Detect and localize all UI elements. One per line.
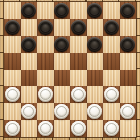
white-piece[interactable]: ⛀	[71, 121, 86, 136]
square-b2[interactable]: ⛀	[21, 103, 38, 120]
white-piece[interactable]: ⛀	[104, 87, 119, 102]
square-g2[interactable]	[103, 103, 120, 120]
black-piece[interactable]: ⛂	[87, 37, 102, 52]
square-a5[interactable]	[4, 53, 21, 70]
white-piece[interactable]: ⛀	[87, 104, 102, 119]
square-e2[interactable]	[70, 103, 87, 120]
black-piece[interactable]: ⛂	[87, 3, 102, 18]
square-f3[interactable]	[87, 86, 104, 103]
square-a8[interactable]	[4, 2, 21, 19]
square-g6[interactable]	[103, 36, 120, 53]
square-f7[interactable]	[87, 19, 104, 36]
square-e6[interactable]	[70, 36, 87, 53]
square-f5[interactable]	[87, 53, 104, 70]
black-piece[interactable]: ⛂	[21, 3, 36, 18]
square-b7[interactable]	[21, 19, 38, 36]
square-a1[interactable]: ⛀	[4, 120, 21, 137]
square-d5[interactable]	[54, 53, 71, 70]
square-b1[interactable]	[21, 120, 38, 137]
square-d1[interactable]	[54, 120, 71, 137]
square-f4[interactable]	[87, 70, 104, 87]
square-e8[interactable]	[70, 2, 87, 19]
black-piece[interactable]: ⛂	[54, 3, 69, 18]
square-c7[interactable]: ⛂	[37, 19, 54, 36]
black-piece[interactable]: ⛂	[54, 37, 69, 52]
square-a4[interactable]	[4, 70, 21, 87]
square-g5[interactable]	[103, 53, 120, 70]
square-g7[interactable]: ⛂	[103, 19, 120, 36]
square-c4[interactable]	[37, 70, 54, 87]
square-a6[interactable]	[4, 36, 21, 53]
square-c5[interactable]	[37, 53, 54, 70]
white-piece[interactable]: ⛀	[38, 87, 53, 102]
square-f2[interactable]: ⛀	[87, 103, 104, 120]
board-grid[interactable]: ⛂⛂⛂⛂⛂⛂⛂⛂⛂⛂⛂⛂⛀⛀⛀⛀⛀⛀⛀⛀⛀⛀⛀⛀	[4, 2, 136, 137]
square-c6[interactable]	[37, 36, 54, 53]
square-h8[interactable]: ⛂	[120, 2, 137, 19]
black-piece[interactable]: ⛂	[120, 37, 135, 52]
square-h2[interactable]: ⛀	[120, 103, 137, 120]
square-d2[interactable]: ⛀	[54, 103, 71, 120]
square-a7[interactable]: ⛂	[4, 19, 21, 36]
square-h3[interactable]	[120, 86, 137, 103]
white-piece[interactable]: ⛀	[38, 121, 53, 136]
square-e7[interactable]: ⛂	[70, 19, 87, 36]
black-piece[interactable]: ⛂	[71, 20, 86, 35]
square-a2[interactable]	[4, 103, 21, 120]
square-c1[interactable]: ⛀	[37, 120, 54, 137]
square-c8[interactable]	[37, 2, 54, 19]
square-d4[interactable]	[54, 70, 71, 87]
square-b6[interactable]: ⛂	[21, 36, 38, 53]
black-piece[interactable]: ⛂	[120, 3, 135, 18]
square-f6[interactable]: ⛂	[87, 36, 104, 53]
square-g8[interactable]	[103, 2, 120, 19]
square-c2[interactable]	[37, 103, 54, 120]
square-e5[interactable]	[70, 53, 87, 70]
square-e4[interactable]	[70, 70, 87, 87]
square-h1[interactable]	[120, 120, 137, 137]
square-c3[interactable]: ⛀	[37, 86, 54, 103]
square-b3[interactable]	[21, 86, 38, 103]
square-h7[interactable]	[120, 19, 137, 36]
square-g3[interactable]: ⛀	[103, 86, 120, 103]
white-piece[interactable]: ⛀	[5, 87, 20, 102]
white-piece[interactable]: ⛀	[71, 87, 86, 102]
square-d8[interactable]: ⛂	[54, 2, 71, 19]
white-piece[interactable]: ⛀	[5, 121, 20, 136]
square-b5[interactable]	[21, 53, 38, 70]
square-d7[interactable]	[54, 19, 71, 36]
square-h4[interactable]	[120, 70, 137, 87]
square-g1[interactable]: ⛀	[103, 120, 120, 137]
square-e1[interactable]: ⛀	[70, 120, 87, 137]
square-a3[interactable]: ⛀	[4, 86, 21, 103]
square-f8[interactable]: ⛂	[87, 2, 104, 19]
square-d3[interactable]	[54, 86, 71, 103]
black-piece[interactable]: ⛂	[38, 20, 53, 35]
square-b4[interactable]	[21, 70, 38, 87]
white-piece[interactable]: ⛀	[21, 104, 36, 119]
black-piece[interactable]: ⛂	[104, 20, 119, 35]
square-b8[interactable]: ⛂	[21, 2, 38, 19]
square-d6[interactable]: ⛂	[54, 36, 71, 53]
white-piece[interactable]: ⛀	[120, 104, 135, 119]
black-piece[interactable]: ⛂	[5, 20, 20, 35]
square-f1[interactable]	[87, 120, 104, 137]
checkers-app: ⛂⛂⛂⛂⛂⛂⛂⛂⛂⛂⛂⛂⛀⛀⛀⛀⛀⛀⛀⛀⛀⛀⛀⛀	[0, 0, 140, 140]
square-g4[interactable]	[103, 70, 120, 87]
square-h6[interactable]: ⛂	[120, 36, 137, 53]
square-e3[interactable]: ⛀	[70, 86, 87, 103]
white-piece[interactable]: ⛀	[54, 104, 69, 119]
white-piece[interactable]: ⛀	[104, 121, 119, 136]
square-h5[interactable]	[120, 53, 137, 70]
black-piece[interactable]: ⛂	[21, 37, 36, 52]
